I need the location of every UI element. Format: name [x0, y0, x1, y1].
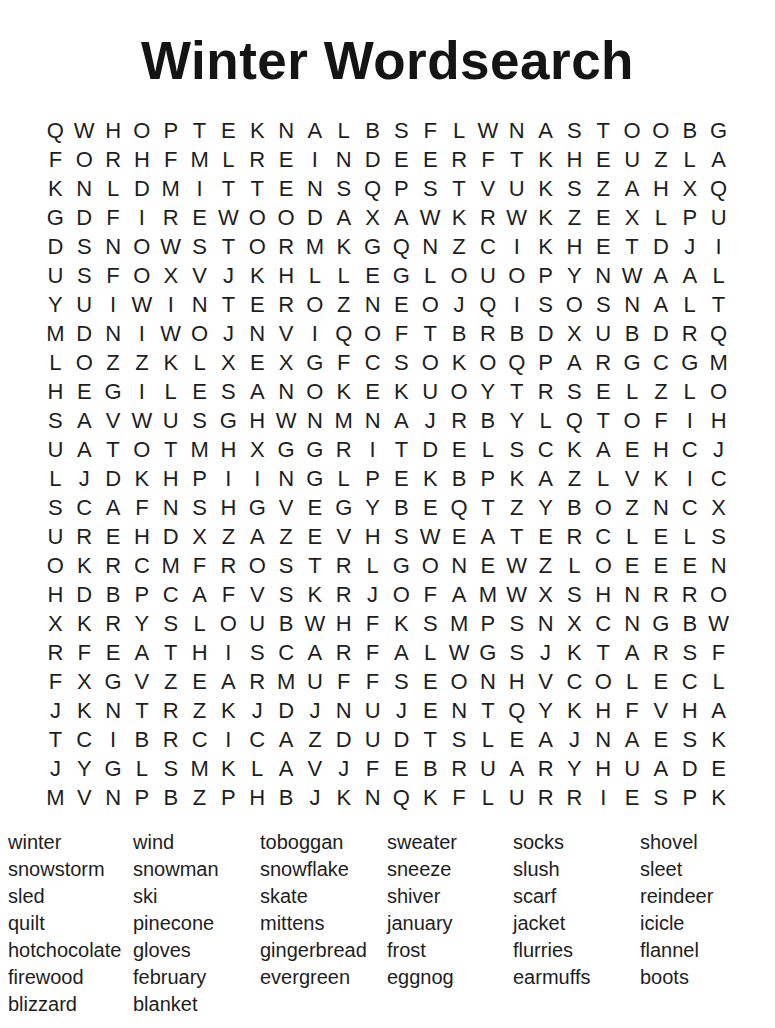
grid-cell: K [647, 464, 676, 493]
grid-cell: K [531, 203, 560, 232]
grid-cell: O [618, 116, 647, 145]
grid-cell: P [358, 464, 387, 493]
grid-cell: X [531, 580, 560, 609]
grid-cell: C [704, 464, 733, 493]
grid-cell: R [560, 783, 589, 812]
grid-cell: E [618, 551, 647, 580]
grid-cell: R [329, 551, 358, 580]
word-list-item: winter [8, 829, 133, 856]
grid-cell: U [243, 609, 272, 638]
grid-cell: N [272, 116, 301, 145]
grid-cell: R [531, 783, 560, 812]
grid-cell: E [272, 145, 301, 174]
word-list-item: boots [640, 964, 775, 991]
grid-cell: O [589, 493, 618, 522]
grid-cell: L [301, 261, 330, 290]
grid-cell: J [329, 754, 358, 783]
grid-cell: V [99, 406, 128, 435]
grid-cell: E [502, 725, 531, 754]
grid-cell: Q [358, 174, 387, 203]
grid-cell: E [99, 638, 128, 667]
grid-cell: S [560, 377, 589, 406]
grid-cell: Y [531, 493, 560, 522]
grid-cell: A [531, 725, 560, 754]
grid-cell: R [41, 638, 70, 667]
grid-cell: B [272, 609, 301, 638]
grid-cell: W [214, 203, 243, 232]
grid-cell: T [387, 435, 416, 464]
grid-cell: K [156, 348, 185, 377]
word-list-item: wind [133, 829, 260, 856]
grid-cell: E [387, 145, 416, 174]
word-list-item: evergreen [260, 964, 387, 991]
grid-cell: N [445, 551, 474, 580]
grid-cell: D [301, 203, 330, 232]
grid-cell: A [272, 754, 301, 783]
word-list-item: hotchocolate [8, 937, 133, 964]
grid-cell: I [99, 290, 128, 319]
grid-cell: D [329, 725, 358, 754]
grid-cell: G [214, 406, 243, 435]
word-list-item: firewood [8, 964, 133, 991]
grid-cell: P [675, 203, 704, 232]
grid-cell: R [531, 754, 560, 783]
grid-cell: N [272, 377, 301, 406]
grid-cell: F [618, 696, 647, 725]
grid-cell: G [99, 667, 128, 696]
grid-cell: Z [156, 667, 185, 696]
grid-cell: S [675, 725, 704, 754]
grid-cell: Z [214, 522, 243, 551]
grid-cell: I [301, 145, 330, 174]
grid-cell: A [99, 493, 128, 522]
word-list-item: socks [513, 829, 640, 856]
grid-cell: G [675, 348, 704, 377]
grid-cell: W [301, 609, 330, 638]
grid-cell: L [704, 261, 733, 290]
word-list-item: mittens [260, 910, 387, 937]
grid-cell: W [156, 232, 185, 261]
grid-cell: S [704, 522, 733, 551]
grid-cell: O [243, 232, 272, 261]
grid-cell: X [185, 522, 214, 551]
grid-cell: H [156, 464, 185, 493]
grid-cell: A [128, 638, 157, 667]
grid-cell: J [243, 696, 272, 725]
grid-cell: N [358, 783, 387, 812]
grid-cell: Z [647, 145, 676, 174]
grid-cell: Q [502, 348, 531, 377]
grid-cell: F [329, 667, 358, 696]
grid-cell: L [156, 377, 185, 406]
grid-cell: N [531, 609, 560, 638]
grid-cell: A [301, 116, 330, 145]
grid-cell: R [647, 580, 676, 609]
grid-cell: T [156, 638, 185, 667]
grid-cell: X [560, 609, 589, 638]
grid-cell: E [589, 145, 618, 174]
grid-cell: N [618, 609, 647, 638]
grid-cell: D [416, 435, 445, 464]
grid-cell: G [99, 377, 128, 406]
grid-cell: K [531, 232, 560, 261]
grid-cell: E [647, 667, 676, 696]
grid-cell: F [185, 551, 214, 580]
grid-cell: S [387, 348, 416, 377]
grid-cell: Q [445, 493, 474, 522]
grid-cell: K [41, 174, 70, 203]
grid-cell: C [128, 551, 157, 580]
grid-cell: W [502, 580, 531, 609]
grid-cell: C [156, 580, 185, 609]
word-list-item: sneeze [387, 856, 513, 883]
grid-cell: O [445, 377, 474, 406]
grid-cell: T [185, 116, 214, 145]
grid-cell: C [474, 232, 503, 261]
grid-cell: J [560, 725, 589, 754]
grid-cell: K [416, 783, 445, 812]
grid-cell: E [301, 493, 330, 522]
grid-cell: F [41, 667, 70, 696]
grid-cell: D [358, 145, 387, 174]
grid-cell: A [474, 522, 503, 551]
grid-cell: J [41, 754, 70, 783]
grid-cell: C [70, 493, 99, 522]
grid-cell: X [358, 203, 387, 232]
grid-cell: J [387, 696, 416, 725]
grid-cell: I [214, 725, 243, 754]
grid-cell: P [474, 464, 503, 493]
word-list-item: pinecone [133, 910, 260, 937]
grid-cell: Z [445, 232, 474, 261]
grid-cell: N [99, 696, 128, 725]
grid-cell: U [41, 435, 70, 464]
grid-cell: K [214, 754, 243, 783]
grid-cell: M [272, 667, 301, 696]
grid-cell: W [272, 406, 301, 435]
grid-cell: B [416, 754, 445, 783]
grid-cell: R [329, 435, 358, 464]
grid-cell: S [502, 435, 531, 464]
grid-cell: S [560, 116, 589, 145]
grid-cell: H [589, 754, 618, 783]
word-list-item: blizzard [8, 991, 133, 1018]
grid-cell: A [647, 261, 676, 290]
grid-cell: M [41, 783, 70, 812]
grid-cell: K [560, 435, 589, 464]
grid-cell: B [618, 319, 647, 348]
grid-cell: S [156, 609, 185, 638]
grid-cell: F [358, 609, 387, 638]
grid-cell: L [618, 377, 647, 406]
grid-cell: O [474, 348, 503, 377]
grid-cell: X [214, 348, 243, 377]
grid-cell: S [647, 783, 676, 812]
grid-cell: G [301, 435, 330, 464]
grid-cell: K [502, 464, 531, 493]
grid-cell: Z [560, 203, 589, 232]
grid-cell: K [329, 783, 358, 812]
grid-cell: C [272, 638, 301, 667]
grid-cell: N [502, 116, 531, 145]
grid-cell: I [128, 319, 157, 348]
grid-cell: T [156, 435, 185, 464]
grid-cell: W [416, 522, 445, 551]
grid-cell: L [128, 754, 157, 783]
grid-cell: U [358, 725, 387, 754]
grid-cell: G [41, 203, 70, 232]
word-list-item: sleet [640, 856, 775, 883]
grid-cell: T [128, 696, 157, 725]
word-list-item: skate [260, 883, 387, 910]
grid-cell: G [301, 348, 330, 377]
grid-cell: E [416, 145, 445, 174]
grid-cell: I [128, 377, 157, 406]
word-list-item: frost [387, 937, 513, 964]
grid-cell: A [329, 203, 358, 232]
grid-cell: Z [272, 522, 301, 551]
grid-cell: L [41, 464, 70, 493]
grid-cell: E [387, 464, 416, 493]
grid-cell: E [704, 754, 733, 783]
grid-cell: V [474, 174, 503, 203]
grid-cell: O [445, 261, 474, 290]
grid-cell: T [502, 522, 531, 551]
grid-cell: U [589, 319, 618, 348]
grid-cell: A [301, 638, 330, 667]
grid-cell: L [41, 348, 70, 377]
grid-cell: S [531, 290, 560, 319]
grid-cell: E [185, 667, 214, 696]
grid-cell: O [243, 551, 272, 580]
grid-cell: A [70, 406, 99, 435]
grid-cell: K [70, 609, 99, 638]
grid-cell: N [589, 261, 618, 290]
grid-cell: L [589, 464, 618, 493]
grid-cell: E [618, 435, 647, 464]
grid-cell: H [647, 435, 676, 464]
grid-cell: B [156, 783, 185, 812]
grid-cell: F [156, 145, 185, 174]
word-list-item: toboggan [260, 829, 387, 856]
grid-cell: Q [502, 696, 531, 725]
grid-cell: K [329, 232, 358, 261]
grid-cell: D [70, 580, 99, 609]
grid-cell: Z [647, 377, 676, 406]
grid-cell: J [531, 638, 560, 667]
grid-cell: V [272, 493, 301, 522]
grid-cell: F [358, 667, 387, 696]
grid-cell: N [99, 232, 128, 261]
grid-cell: C [589, 522, 618, 551]
grid-cell: H [243, 783, 272, 812]
grid-cell: M [185, 145, 214, 174]
grid-cell: E [416, 493, 445, 522]
grid-cell: C [70, 725, 99, 754]
grid-cell: H [647, 174, 676, 203]
grid-cell: V [329, 522, 358, 551]
word-list-column-2: windsnowmanskipineconeglovesfebruaryblan… [133, 829, 260, 1018]
grid-cell: C [531, 435, 560, 464]
grid-cell: Z [99, 348, 128, 377]
grid-cell: D [70, 203, 99, 232]
grid-cell: M [704, 348, 733, 377]
grid-cell: J [675, 232, 704, 261]
grid-cell: W [128, 406, 157, 435]
grid-cell: B [272, 783, 301, 812]
grid-cell: M [41, 319, 70, 348]
grid-cell: T [41, 725, 70, 754]
grid-cell: B [387, 493, 416, 522]
grid-cell: K [416, 464, 445, 493]
grid-cell: H [41, 377, 70, 406]
grid-cell: W [416, 203, 445, 232]
grid-cell: Y [560, 754, 589, 783]
grid-cell: T [474, 493, 503, 522]
grid-cell: A [445, 580, 474, 609]
word-list-item: sweater [387, 829, 513, 856]
grid-cell: R [156, 696, 185, 725]
grid-cell: S [214, 377, 243, 406]
grid-cell: T [704, 290, 733, 319]
grid-cell: O [358, 319, 387, 348]
grid-cell: A [185, 580, 214, 609]
grid-cell: T [589, 406, 618, 435]
grid-cell: F [214, 580, 243, 609]
grid-cell: W [128, 290, 157, 319]
grid-cell: D [99, 464, 128, 493]
grid-cell: D [531, 319, 560, 348]
grid-cell: J [214, 319, 243, 348]
grid-cell: R [272, 232, 301, 261]
grid-cell: F [647, 406, 676, 435]
grid-cell: K [214, 696, 243, 725]
grid-cell: L [416, 638, 445, 667]
grid-cell: F [99, 261, 128, 290]
grid-cell: U [41, 522, 70, 551]
grid-cell: C [675, 667, 704, 696]
grid-cell: R [272, 290, 301, 319]
grid-cell: R [99, 551, 128, 580]
grid-cell: V [618, 464, 647, 493]
grid-cell: U [618, 754, 647, 783]
grid-cell: U [41, 261, 70, 290]
grid-cell: A [704, 145, 733, 174]
grid-cell: J [416, 406, 445, 435]
grid-cell: I [704, 232, 733, 261]
grid-cell: N [272, 464, 301, 493]
grid-cell: H [329, 609, 358, 638]
grid-cell: R [647, 638, 676, 667]
grid-cell: E [272, 174, 301, 203]
grid-cell: P [214, 783, 243, 812]
grid-cell: Z [185, 783, 214, 812]
grid-cell: V [272, 319, 301, 348]
grid-cell: W [474, 116, 503, 145]
grid-cell: C [358, 348, 387, 377]
grid-cell: K [560, 638, 589, 667]
grid-cell: A [647, 290, 676, 319]
grid-cell: H [502, 667, 531, 696]
grid-cell: E [474, 551, 503, 580]
grid-cell: F [416, 580, 445, 609]
grid-cell: K [445, 203, 474, 232]
grid-cell: K [243, 261, 272, 290]
grid-cell: G [618, 348, 647, 377]
grid-cell: I [301, 319, 330, 348]
grid-cell: V [70, 783, 99, 812]
grid-cell: Z [502, 493, 531, 522]
grid-cell: A [70, 435, 99, 464]
grid-cell: N [445, 696, 474, 725]
word-list-item: shiver [387, 883, 513, 910]
grid-cell: O [647, 116, 676, 145]
grid-cell: L [675, 290, 704, 319]
grid-cell: K [387, 377, 416, 406]
grid-cell: G [647, 609, 676, 638]
grid-cell: M [185, 435, 214, 464]
grid-cell: O [445, 667, 474, 696]
grid-cell: F [704, 638, 733, 667]
grid-cell: L [675, 522, 704, 551]
word-list-item: snowstorm [8, 856, 133, 883]
grid-cell: A [214, 667, 243, 696]
grid-cell: D [675, 754, 704, 783]
grid-cell: O [128, 116, 157, 145]
word-list-item: flannel [640, 937, 775, 964]
grid-cell: A [589, 435, 618, 464]
grid-cell: S [272, 580, 301, 609]
grid-cell: E [675, 551, 704, 580]
grid-cell: N [358, 290, 387, 319]
grid-cell: E [185, 203, 214, 232]
grid-cell: T [416, 725, 445, 754]
grid-cell: S [41, 406, 70, 435]
grid-cell: U [301, 667, 330, 696]
grid-cell: U [502, 783, 531, 812]
grid-cell: N [185, 290, 214, 319]
grid-cell: O [416, 290, 445, 319]
grid-cell: E [301, 522, 330, 551]
grid-cell: E [387, 290, 416, 319]
grid-cell: M [474, 580, 503, 609]
grid-cell: F [358, 754, 387, 783]
grid-cell: O [704, 377, 733, 406]
grid-cell: O [70, 145, 99, 174]
grid-cell: E [243, 290, 272, 319]
grid-cell: C [560, 667, 589, 696]
grid-cell: P [128, 580, 157, 609]
grid-cell: T [416, 319, 445, 348]
grid-cell: E [445, 522, 474, 551]
grid-cell: Q [387, 232, 416, 261]
grid-cell: F [474, 145, 503, 174]
grid-cell: N [618, 580, 647, 609]
grid-cell: R [445, 406, 474, 435]
grid-cell: S [387, 667, 416, 696]
word-list-item: jacket [513, 910, 640, 937]
grid-cell: L [243, 754, 272, 783]
grid-cell: J [445, 290, 474, 319]
grid-cell: U [70, 290, 99, 319]
grid-cell: E [618, 783, 647, 812]
grid-cell: A [387, 203, 416, 232]
grid-cell: I [99, 725, 128, 754]
grid-cell: T [99, 435, 128, 464]
grid-cell: B [358, 116, 387, 145]
grid-cell: R [156, 725, 185, 754]
grid-cell: P [474, 609, 503, 638]
